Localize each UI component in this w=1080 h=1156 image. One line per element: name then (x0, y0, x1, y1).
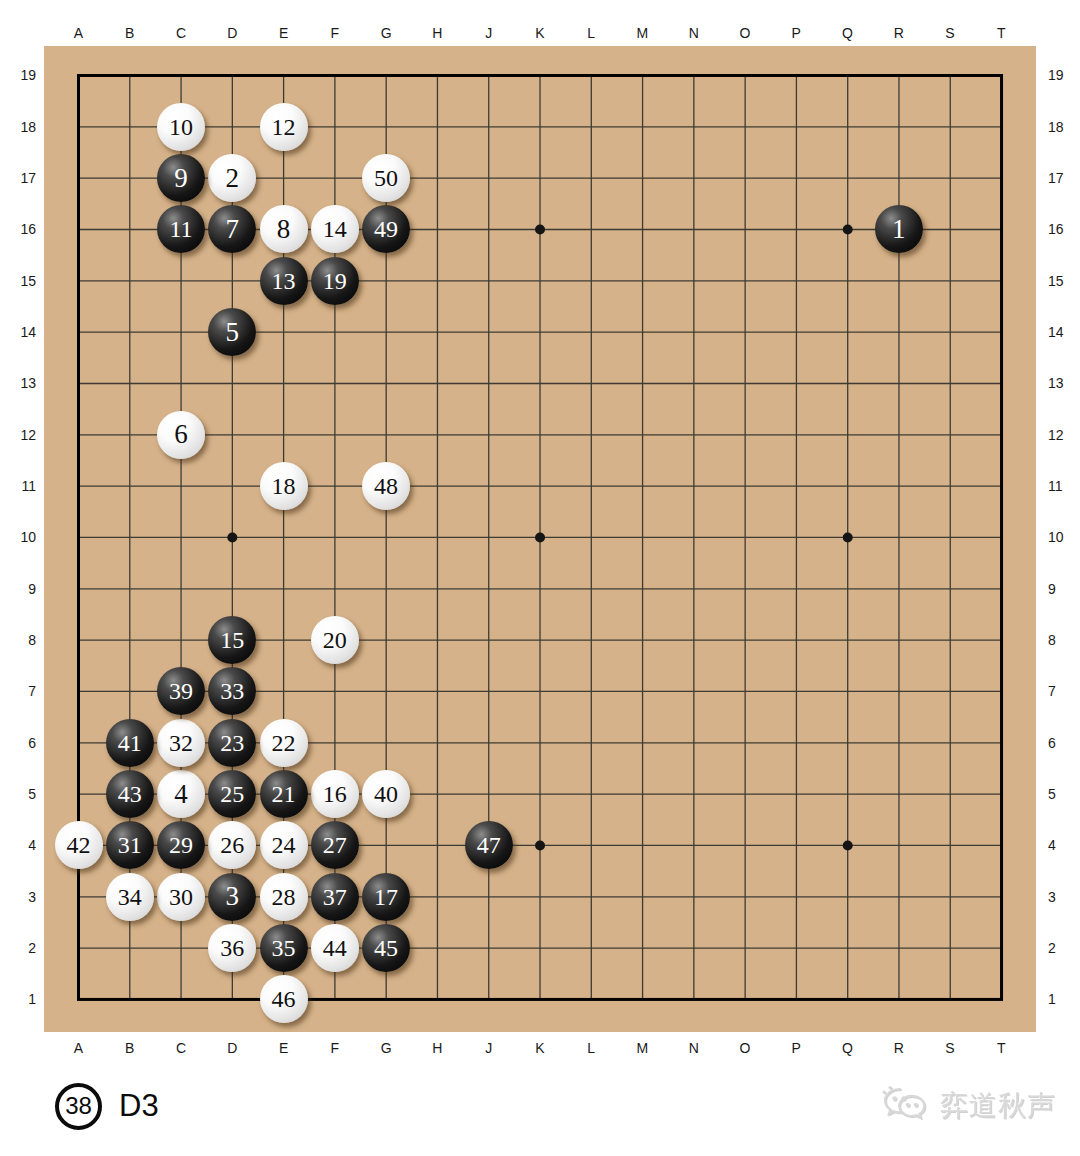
white-stone-2: 2 (208, 154, 256, 202)
row-label: 11 (8, 460, 42, 511)
white-stone-6: 6 (157, 411, 205, 459)
watermark: 弈道秋声 (880, 1086, 1056, 1126)
column-label: E (258, 1039, 309, 1057)
board-point-F15: 19 (309, 255, 360, 306)
white-stone-4: 4 (157, 770, 205, 818)
board-point-D3: 3 (207, 871, 258, 922)
board-point-D14: 5 (207, 306, 258, 357)
white-stone-16: 16 (311, 770, 359, 818)
black-stone-13: 13 (260, 257, 308, 305)
row-label: 5 (8, 768, 42, 819)
white-stone-34: 34 (106, 873, 154, 921)
column-label: C (155, 1039, 206, 1057)
white-stone-22: 22 (260, 719, 308, 767)
board-point-G5: 40 (360, 768, 411, 819)
black-stone-29: 29 (157, 821, 205, 869)
white-stone-48: 48 (362, 462, 410, 510)
board-point-F8: 20 (309, 614, 360, 665)
row-labels-right: 19181716151413121110987654321 (1040, 50, 1074, 1025)
white-stone-20: 20 (311, 616, 359, 664)
board-point-A4: 42 (53, 820, 104, 871)
row-label: 1 (8, 974, 42, 1025)
white-stone-36: 36 (208, 924, 256, 972)
white-stone-14: 14 (311, 205, 359, 253)
column-label: L (566, 24, 617, 42)
column-label: P (771, 1039, 822, 1057)
row-label: 17 (1040, 152, 1074, 203)
board-point-E6: 22 (258, 717, 309, 768)
column-label: A (53, 24, 104, 42)
row-label: 14 (1040, 306, 1074, 357)
row-label: 2 (1040, 922, 1074, 973)
board-point-C12: 6 (155, 409, 206, 460)
board-point-R16: 1 (873, 204, 924, 255)
row-label: 19 (8, 50, 42, 101)
row-label: 6 (1040, 717, 1074, 768)
black-stone-1: 1 (875, 205, 923, 253)
white-stone-12: 12 (260, 103, 308, 151)
board-point-G3: 17 (360, 871, 411, 922)
board-point-E11: 18 (258, 460, 309, 511)
column-labels-top: ABCDEFGHJKLMNOPQRST (53, 24, 1027, 42)
black-stone-21: 21 (260, 770, 308, 818)
row-label: 9 (8, 563, 42, 614)
board-point-G2: 45 (360, 922, 411, 973)
black-stone-9: 9 (157, 154, 205, 202)
black-stone-41: 41 (106, 719, 154, 767)
row-label: 16 (1040, 204, 1074, 255)
column-label: S (924, 1039, 975, 1057)
column-label: H (412, 24, 463, 42)
watermark-text: 弈道秋声 (940, 1087, 1056, 1125)
column-label: F (309, 24, 360, 42)
column-label: R (873, 1039, 924, 1057)
column-label: M (617, 1039, 668, 1057)
wechat-logo-icon (880, 1086, 934, 1126)
board-point-G17: 50 (360, 152, 411, 203)
row-labels-left: 19181716151413121110987654321 (8, 50, 42, 1025)
black-stone-17: 17 (362, 873, 410, 921)
column-label: B (104, 1039, 155, 1057)
column-label: B (104, 24, 155, 42)
board-point-E16: 8 (258, 204, 309, 255)
column-label: Q (822, 1039, 873, 1057)
board-point-C5: 4 (155, 768, 206, 819)
board-point-E1: 46 (258, 974, 309, 1025)
row-label: 18 (8, 101, 42, 152)
circled-move-number: 38 (55, 1083, 102, 1130)
caption-point-label: D3 (119, 1088, 159, 1124)
board-point-B3: 34 (104, 871, 155, 922)
board-point-D16: 7 (207, 204, 258, 255)
row-label: 8 (1040, 614, 1074, 665)
white-stone-30: 30 (157, 873, 205, 921)
black-stone-25: 25 (208, 770, 256, 818)
board-point-D2: 36 (207, 922, 258, 973)
black-stone-11: 11 (157, 205, 205, 253)
board-point-D4: 26 (207, 820, 258, 871)
column-label: G (360, 24, 411, 42)
white-stone-8: 8 (260, 205, 308, 253)
board-point-C3: 30 (155, 871, 206, 922)
board-point-B5: 43 (104, 768, 155, 819)
board-point-E3: 28 (258, 871, 309, 922)
column-label: G (360, 1039, 411, 1057)
column-label: K (514, 1039, 565, 1057)
board-point-C18: 10 (155, 101, 206, 152)
board-point-F2: 44 (309, 922, 360, 973)
column-label: A (53, 1039, 104, 1057)
white-stone-28: 28 (260, 873, 308, 921)
board-point-F5: 16 (309, 768, 360, 819)
black-stone-49: 49 (362, 205, 410, 253)
row-label: 16 (8, 204, 42, 255)
board-point-D8: 15 (207, 614, 258, 665)
board-point-F3: 37 (309, 871, 360, 922)
board-point-B6: 41 (104, 717, 155, 768)
board-point-D6: 23 (207, 717, 258, 768)
black-stone-27: 27 (311, 821, 359, 869)
stone-grid: 1234567891011121314151617181920212223242… (53, 50, 1027, 1025)
column-labels-bottom: ABCDEFGHJKLMNOPQRST (53, 1039, 1027, 1057)
column-label: O (719, 24, 770, 42)
white-stone-26: 26 (208, 821, 256, 869)
black-stone-7: 7 (208, 205, 256, 253)
black-stone-39: 39 (157, 667, 205, 715)
column-label: J (463, 1039, 514, 1057)
row-label: 3 (1040, 871, 1074, 922)
caption-move-number: 38 (65, 1092, 92, 1120)
move-caption: 38 D3 (55, 1082, 159, 1130)
black-stone-33: 33 (208, 667, 256, 715)
row-label: 12 (8, 409, 42, 460)
column-label: O (719, 1039, 770, 1057)
column-label: P (771, 24, 822, 42)
black-stone-45: 45 (362, 924, 410, 972)
white-stone-46: 46 (260, 975, 308, 1023)
row-label: 2 (8, 922, 42, 973)
board-point-F16: 14 (309, 204, 360, 255)
black-stone-37: 37 (311, 873, 359, 921)
black-stone-31: 31 (106, 821, 154, 869)
board-point-C7: 39 (155, 666, 206, 717)
row-label: 4 (1040, 820, 1074, 871)
row-label: 15 (8, 255, 42, 306)
column-label: E (258, 24, 309, 42)
row-label: 4 (8, 820, 42, 871)
board-point-G16: 49 (360, 204, 411, 255)
black-stone-19: 19 (311, 257, 359, 305)
column-label: Q (822, 24, 873, 42)
black-stone-5: 5 (208, 308, 256, 356)
column-label: C (155, 24, 206, 42)
row-label: 18 (1040, 101, 1074, 152)
row-label: 7 (1040, 666, 1074, 717)
board-point-G11: 48 (360, 460, 411, 511)
white-stone-44: 44 (311, 924, 359, 972)
white-stone-50: 50 (362, 154, 410, 202)
white-stone-18: 18 (260, 462, 308, 510)
row-label: 11 (1040, 460, 1074, 511)
column-label: N (668, 24, 719, 42)
black-stone-43: 43 (106, 770, 154, 818)
row-label: 6 (8, 717, 42, 768)
black-stone-47: 47 (465, 821, 513, 869)
board-point-C4: 29 (155, 820, 206, 871)
white-stone-32: 32 (157, 719, 205, 767)
column-label: R (873, 24, 924, 42)
board-point-D5: 25 (207, 768, 258, 819)
board-point-D17: 2 (207, 152, 258, 203)
row-label: 13 (1040, 358, 1074, 409)
black-stone-15: 15 (208, 616, 256, 664)
white-stone-40: 40 (362, 770, 410, 818)
board-point-E5: 21 (258, 768, 309, 819)
row-label: 3 (8, 871, 42, 922)
board-point-D7: 33 (207, 666, 258, 717)
row-label: 8 (8, 614, 42, 665)
row-label: 19 (1040, 50, 1074, 101)
row-label: 13 (8, 358, 42, 409)
row-label: 10 (1040, 512, 1074, 563)
column-label: H (412, 1039, 463, 1057)
row-label: 14 (8, 306, 42, 357)
white-stone-10: 10 (157, 103, 205, 151)
board-point-C17: 9 (155, 152, 206, 203)
column-label: N (668, 1039, 719, 1057)
column-label: T (976, 24, 1027, 42)
board-point-C16: 11 (155, 204, 206, 255)
column-label: S (924, 24, 975, 42)
board-point-B4: 31 (104, 820, 155, 871)
column-label: T (976, 1039, 1027, 1057)
board-point-E4: 24 (258, 820, 309, 871)
white-stone-24: 24 (260, 821, 308, 869)
go-kifu-diagram: ABCDEFGHJKLMNOPQRST ABCDEFGHJKLMNOPQRST … (0, 0, 1080, 1156)
row-label: 1 (1040, 974, 1074, 1025)
row-label: 12 (1040, 409, 1074, 460)
black-stone-23: 23 (208, 719, 256, 767)
column-label: J (463, 24, 514, 42)
column-label: D (207, 24, 258, 42)
board-point-E15: 13 (258, 255, 309, 306)
column-label: K (514, 24, 565, 42)
board-point-E18: 12 (258, 101, 309, 152)
board-point-C6: 32 (155, 717, 206, 768)
board-point-J4: 47 (463, 820, 514, 871)
row-label: 17 (8, 152, 42, 203)
board-point-F4: 27 (309, 820, 360, 871)
column-label: L (566, 1039, 617, 1057)
row-label: 7 (8, 666, 42, 717)
column-label: F (309, 1039, 360, 1057)
row-label: 10 (8, 512, 42, 563)
row-label: 5 (1040, 768, 1074, 819)
column-label: M (617, 24, 668, 42)
row-label: 9 (1040, 563, 1074, 614)
board-point-E2: 35 (258, 922, 309, 973)
row-label: 15 (1040, 255, 1074, 306)
white-stone-42: 42 (55, 821, 103, 869)
column-label: D (207, 1039, 258, 1057)
black-stone-35: 35 (260, 924, 308, 972)
black-stone-3: 3 (208, 873, 256, 921)
